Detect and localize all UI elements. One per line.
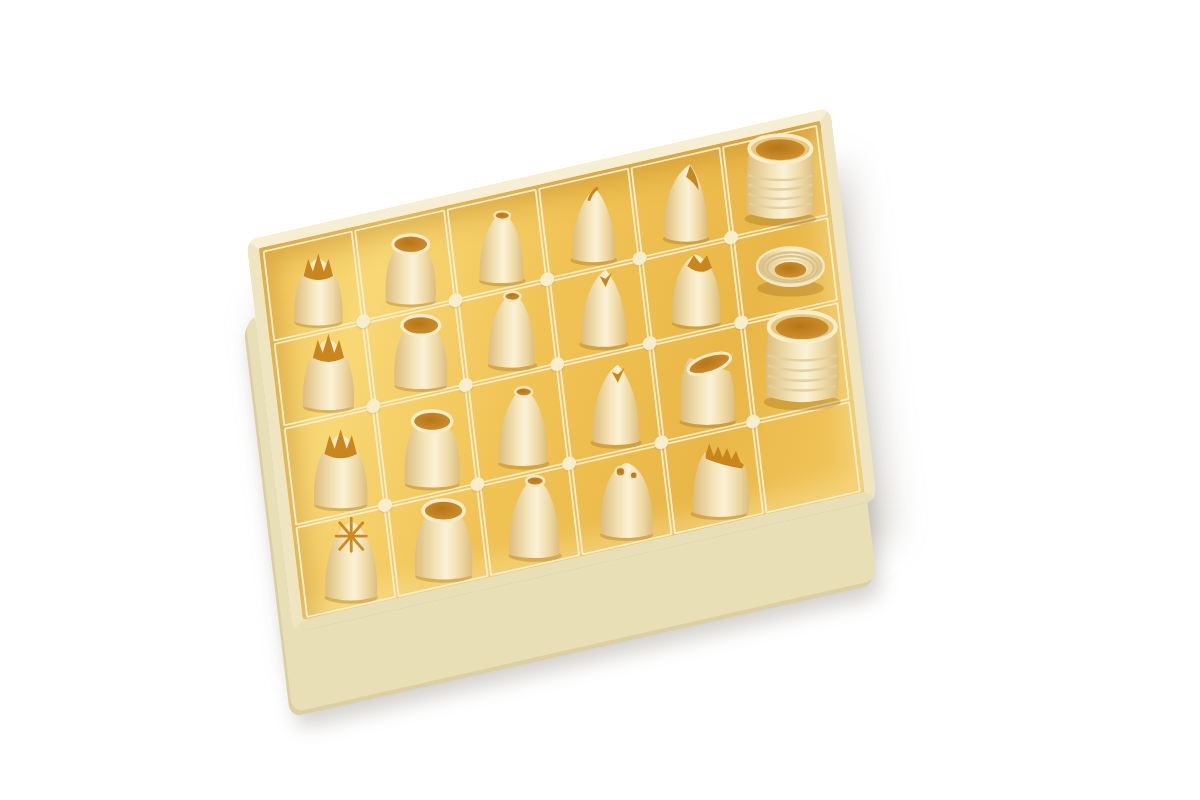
nozzle-vnotch [578, 351, 655, 453]
nozzle-starburst [311, 502, 391, 608]
nozzle-coupler [732, 120, 828, 226]
tray-cell-r4c3 [479, 465, 580, 576]
nozzle-round-s [467, 198, 537, 290]
nozzle-lily [651, 156, 721, 248]
nozzle-round-s [475, 277, 549, 374]
tray-cell-r3c6 [743, 302, 850, 421]
photo-stage [0, 0, 1200, 800]
nozzle-round-s [495, 460, 575, 566]
nozzle-round-l [394, 392, 471, 494]
nozzle-round-l [403, 481, 483, 587]
tray-cell-r4c6 [755, 401, 861, 513]
nozzle-petal-slit [559, 177, 629, 269]
nozzle-round-l [375, 218, 445, 310]
nozzle-round-s [486, 372, 563, 474]
nozzle-star [284, 239, 354, 331]
tray-cell-r4c1 [296, 507, 397, 618]
nozzle-diagonal [669, 330, 746, 432]
tray-cell-r2c3 [457, 281, 557, 385]
tray-cell-r2c2 [366, 302, 466, 406]
nozzle-star [302, 413, 379, 515]
nozzle-twohole [587, 439, 667, 545]
tray-cell-r2c4 [549, 260, 649, 364]
nozzle-coupler [750, 296, 854, 410]
nozzle-vnotch [567, 257, 641, 354]
nozzle-star [292, 319, 366, 416]
nozzle-chipped [659, 236, 733, 333]
nozzle-basketweave [679, 418, 759, 524]
nozzle-round-l [383, 298, 457, 395]
tray-cell-r2c5 [641, 239, 741, 343]
tray-cell-r2c1 [274, 323, 374, 427]
tray-cell-r4c5 [663, 423, 764, 534]
tray-cell-r1c6 [722, 125, 828, 237]
tray-cell-r4c2 [387, 486, 488, 597]
tray-cell-r4c4 [571, 444, 672, 555]
